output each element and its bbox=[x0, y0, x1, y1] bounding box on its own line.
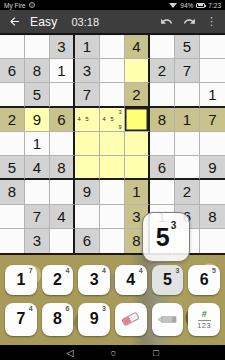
nav-home-button[interactable]: ○ bbox=[110, 348, 116, 358]
cell-r6c2[interactable]: 4 bbox=[25, 156, 50, 180]
cell-r1c2[interactable] bbox=[25, 35, 50, 59]
redo-icon[interactable] bbox=[183, 15, 196, 28]
cell-r1c5[interactable] bbox=[100, 35, 125, 59]
key-6[interactable]: 65 bbox=[188, 265, 220, 295]
key-3[interactable]: 34 bbox=[78, 265, 110, 295]
cell-r4c7[interactable]: 8 bbox=[150, 108, 175, 132]
cell-r1c3[interactable]: 3 bbox=[50, 35, 75, 59]
numpad-toggle-button[interactable]: #123 bbox=[188, 303, 220, 336]
cell-r3c6[interactable]: 2 bbox=[125, 83, 150, 107]
cell-r8c5[interactable] bbox=[100, 205, 125, 229]
cell-r7c3[interactable] bbox=[50, 180, 75, 204]
cell-r4c2[interactable]: 9 bbox=[25, 108, 50, 132]
key-2[interactable]: 24 bbox=[42, 265, 74, 295]
cell-r6c4[interactable] bbox=[75, 156, 100, 180]
cell-r2c1[interactable]: 6 bbox=[0, 59, 25, 83]
cell-r3c3[interactable] bbox=[50, 83, 75, 107]
battery-icon bbox=[196, 3, 205, 8]
cell-r5c8[interactable] bbox=[175, 132, 200, 156]
cell-r9c3[interactable] bbox=[50, 229, 75, 253]
status-bar: My Fire 94% 7:23 bbox=[0, 0, 225, 10]
cell-r2c5[interactable] bbox=[100, 59, 125, 83]
cell-r5c9[interactable] bbox=[200, 132, 225, 156]
sudoku-app-screen: My Fire 94% 7:23 Easy 03:18 ⋮ 3145681327… bbox=[0, 0, 225, 360]
cell-r3c8[interactable] bbox=[175, 83, 200, 107]
cell-r5c6[interactable] bbox=[125, 132, 150, 156]
cell-r2c6[interactable] bbox=[125, 59, 150, 83]
game-timer: 03:18 bbox=[71, 16, 99, 28]
key-4[interactable]: 44 bbox=[115, 265, 147, 295]
nav-recents-button[interactable]: □ bbox=[153, 348, 159, 358]
cell-r8c1[interactable] bbox=[0, 205, 25, 229]
cell-r4c9[interactable]: 7 bbox=[200, 108, 225, 132]
cell-r9c4[interactable]: 6 bbox=[75, 229, 100, 253]
cell-r4c5[interactable]: 3459 bbox=[100, 108, 125, 132]
cell-r6c8[interactable] bbox=[175, 156, 200, 180]
popup-digit: 5 bbox=[156, 225, 170, 250]
cell-r9c5[interactable] bbox=[100, 229, 125, 253]
android-nav-bar: ◁ ○ □ bbox=[0, 345, 225, 360]
cell-r9c9[interactable] bbox=[200, 229, 225, 253]
eraser-icon bbox=[121, 312, 140, 327]
cell-r7c6[interactable]: 1 bbox=[125, 180, 150, 204]
cell-r6c3[interactable]: 8 bbox=[50, 156, 75, 180]
cell-r1c7[interactable] bbox=[150, 35, 175, 59]
eraser-button[interactable] bbox=[115, 303, 147, 336]
cell-r2c2[interactable]: 8 bbox=[25, 59, 50, 83]
cell-r8c4[interactable] bbox=[75, 205, 100, 229]
cell-r1c9[interactable] bbox=[200, 35, 225, 59]
cell-r6c1[interactable]: 5 bbox=[0, 156, 25, 180]
numpad-toggle-icon: #123 bbox=[197, 310, 211, 330]
cell-r7c4[interactable]: 9 bbox=[75, 180, 100, 204]
overflow-menu-icon[interactable]: ⋮ bbox=[206, 16, 217, 27]
cell-r4c3[interactable]: 6 bbox=[50, 108, 75, 132]
key-9[interactable]: 93 bbox=[78, 303, 110, 336]
cell-r7c9[interactable] bbox=[200, 180, 225, 204]
sudoku-board: 3145681327572129645345981715486989127431… bbox=[0, 33, 225, 255]
cell-r8c9[interactable]: 8 bbox=[200, 205, 225, 229]
cell-r2c8[interactable]: 7 bbox=[175, 59, 200, 83]
cell-r8c2[interactable]: 7 bbox=[25, 205, 50, 229]
pencil-icon bbox=[158, 316, 177, 323]
pencil-marks: 3459 bbox=[100, 108, 124, 131]
cell-r5c2[interactable]: 1 bbox=[25, 132, 50, 156]
app-bar: Easy 03:18 ⋮ bbox=[0, 10, 225, 33]
back-icon[interactable] bbox=[8, 15, 21, 28]
cell-r5c5[interactable] bbox=[100, 132, 125, 156]
cell-r1c6[interactable]: 4 bbox=[125, 35, 150, 59]
cell-r6c5[interactable] bbox=[100, 156, 125, 180]
cell-r7c2[interactable] bbox=[25, 180, 50, 204]
cell-r7c8[interactable]: 2 bbox=[175, 180, 200, 204]
difficulty-title: Easy bbox=[30, 15, 57, 29]
cell-r3c7[interactable] bbox=[150, 83, 175, 107]
cell-r2c4[interactable]: 3 bbox=[75, 59, 100, 83]
key-7[interactable]: 74 bbox=[5, 303, 37, 336]
cell-r6c9[interactable]: 9 bbox=[200, 156, 225, 180]
cell-r4c1[interactable]: 2 bbox=[0, 108, 25, 132]
cell-r9c2[interactable]: 3 bbox=[25, 229, 50, 253]
battery-percent: 94% bbox=[180, 2, 193, 9]
cell-r7c7[interactable] bbox=[150, 180, 175, 204]
cell-r7c1[interactable]: 8 bbox=[0, 180, 25, 204]
cell-r4c6[interactable] bbox=[125, 108, 150, 132]
cell-r6c6[interactable] bbox=[125, 156, 150, 180]
cell-r3c1[interactable] bbox=[0, 83, 25, 107]
clock: 7:23 bbox=[208, 2, 221, 9]
cell-r2c9[interactable] bbox=[200, 59, 225, 83]
cell-r4c8[interactable]: 1 bbox=[175, 108, 200, 132]
cell-r1c1[interactable] bbox=[0, 35, 25, 59]
cell-r3c5[interactable] bbox=[100, 83, 125, 107]
key-5[interactable]: 53 bbox=[152, 265, 184, 295]
cell-r7c5[interactable] bbox=[100, 180, 125, 204]
cell-r5c1[interactable] bbox=[0, 132, 25, 156]
cell-r3c4[interactable]: 7 bbox=[75, 83, 100, 107]
cell-r5c4[interactable] bbox=[75, 132, 100, 156]
carrier-label: My Fire bbox=[4, 2, 26, 9]
pencil-marks: 45 bbox=[75, 108, 99, 131]
wifi-icon bbox=[169, 3, 177, 8]
number-keypad: 172434445365748693#123 bbox=[0, 255, 225, 345]
cell-r6c7[interactable]: 6 bbox=[150, 156, 175, 180]
key-8[interactable]: 86 bbox=[42, 303, 74, 336]
nav-back-button[interactable]: ◁ bbox=[66, 348, 73, 358]
cell-r9c1[interactable] bbox=[0, 229, 25, 253]
cell-r3c9[interactable]: 1 bbox=[200, 83, 225, 107]
undo-icon[interactable] bbox=[160, 15, 173, 28]
popup-count: 3 bbox=[171, 220, 177, 231]
cell-r1c4[interactable]: 1 bbox=[75, 35, 100, 59]
cell-r2c3[interactable]: 1 bbox=[50, 59, 75, 83]
pencil-mode-button[interactable] bbox=[152, 303, 184, 336]
key-1[interactable]: 17 bbox=[5, 265, 37, 295]
cell-r8c3[interactable]: 4 bbox=[50, 205, 75, 229]
cell-r3c2[interactable]: 5 bbox=[25, 83, 50, 107]
notification-icon bbox=[29, 2, 35, 8]
cell-r2c7[interactable]: 2 bbox=[150, 59, 175, 83]
cell-r5c7[interactable] bbox=[150, 132, 175, 156]
cell-r1c8[interactable]: 5 bbox=[175, 35, 200, 59]
cell-r4c4[interactable]: 45 bbox=[75, 108, 100, 132]
cell-r5c3[interactable] bbox=[50, 132, 75, 156]
keypress-preview-popup: 5 3 bbox=[142, 212, 190, 262]
